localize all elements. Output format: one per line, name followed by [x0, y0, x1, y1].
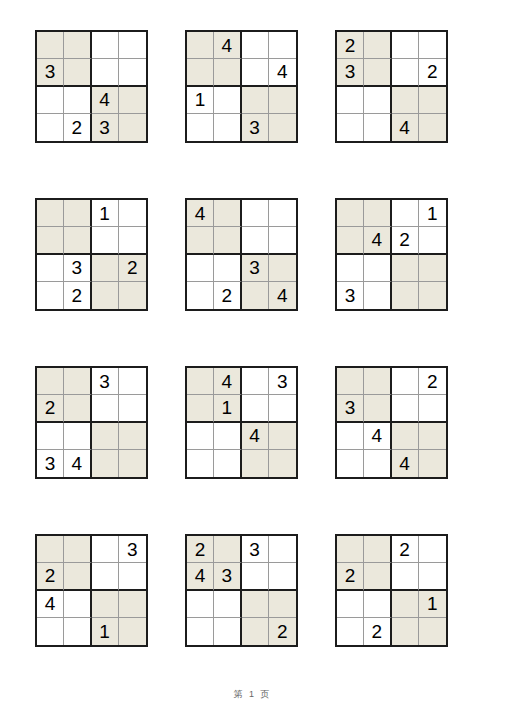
grid4-cell-r1c3: 1: [92, 200, 119, 227]
grid2-cell-r4c3: 3: [242, 114, 269, 141]
grid10-cell-r3c1: 4: [37, 591, 64, 618]
grid6-cell-r2c3: 2: [392, 227, 419, 254]
grid5-cell-r3c4: [269, 255, 296, 282]
grid9-cell-r2c4: [419, 395, 446, 422]
grid1-cell-r4c1: [37, 114, 64, 141]
grid6-cell-r4c3: [392, 282, 419, 309]
grid8-cell-r1c2: 4: [214, 368, 241, 395]
sudoku-grid-5: 4324: [185, 198, 298, 311]
grid11-cell-r4c2: [214, 618, 241, 645]
grid6-cell-r2c2: 4: [364, 227, 391, 254]
grid10-cell-r3c4: [119, 591, 146, 618]
grid3-cell-r2c2: [364, 59, 391, 86]
grid3-cell-r4c2: [364, 114, 391, 141]
grid3-cell-r1c4: [419, 32, 446, 59]
grid1-cell-r3c2: [64, 87, 91, 114]
grid6-cell-r3c2: [364, 255, 391, 282]
grid6-cell-r2c1: [337, 227, 364, 254]
grid9-cell-r3c1: [337, 423, 364, 450]
sudoku-grid-4: 1322: [35, 198, 148, 311]
grid5-cell-r4c4: 4: [269, 282, 296, 309]
grid10-cell-r3c2: [64, 591, 91, 618]
grid12-cell-r2c2: [364, 563, 391, 590]
grid10-cell-r2c4: [119, 563, 146, 590]
grid11-cell-r3c3: [242, 591, 269, 618]
grid9-cell-r4c3: 4: [392, 450, 419, 477]
grid4-cell-r1c4: [119, 200, 146, 227]
grid3-cell-r4c1: [337, 114, 364, 141]
grid2-cell-r2c1: [187, 59, 214, 86]
grid3-cell-r4c4: [419, 114, 446, 141]
grid10-cell-r4c2: [64, 618, 91, 645]
grid3-cell-r1c3: [392, 32, 419, 59]
grid7-cell-r3c1: [37, 423, 64, 450]
grid1-cell-r1c2: [64, 32, 91, 59]
grid1-cell-r3c1: [37, 87, 64, 114]
grid5-cell-r1c4: [269, 200, 296, 227]
grid12-cell-r2c1: 2: [337, 563, 364, 590]
grid10-cell-r1c4: 3: [119, 536, 146, 563]
grid10-cell-r2c2: [64, 563, 91, 590]
grid5-cell-r4c3: [242, 282, 269, 309]
sudoku-grid-8: 4314: [185, 366, 298, 479]
grid8-cell-r2c2: 1: [214, 395, 241, 422]
grid9-cell-r3c3: [392, 423, 419, 450]
grid3-cell-r1c2: [364, 32, 391, 59]
grid5-cell-r1c3: [242, 200, 269, 227]
grid9-cell-r4c1: [337, 450, 364, 477]
grid7-cell-r1c3: 3: [92, 368, 119, 395]
puzzle-sheet: 3423441323241322432414233234431423443241…: [0, 0, 505, 714]
grid2-cell-r2c4: 4: [269, 59, 296, 86]
sudoku-grid-11: 23432: [185, 534, 298, 647]
grid5-cell-r2c1: [187, 227, 214, 254]
grid4-cell-r3c1: [37, 255, 64, 282]
page-footer: 第 1 页: [0, 688, 505, 701]
grid10-cell-r1c2: [64, 536, 91, 563]
grid1-cell-r3c4: [119, 87, 146, 114]
grid6-cell-r3c3: [392, 255, 419, 282]
grid10-cell-r2c3: [92, 563, 119, 590]
grid3-cell-r3c2: [364, 87, 391, 114]
grid11-cell-r2c2: 3: [214, 563, 241, 590]
grid6-cell-r1c2: [364, 200, 391, 227]
grid6-cell-r3c4: [419, 255, 446, 282]
grid3-cell-r1c1: 2: [337, 32, 364, 59]
grid12-cell-r1c4: [419, 536, 446, 563]
grid3-cell-r4c3: 4: [392, 114, 419, 141]
grid5-cell-r3c1: [187, 255, 214, 282]
grid7-cell-r1c4: [119, 368, 146, 395]
grid2-cell-r1c1: [187, 32, 214, 59]
grid8-cell-r3c1: [187, 423, 214, 450]
grid5-cell-r2c3: [242, 227, 269, 254]
grid2-cell-r3c2: [214, 87, 241, 114]
grid8-cell-r4c1: [187, 450, 214, 477]
grid11-cell-r1c1: 2: [187, 536, 214, 563]
grid12-cell-r1c3: 2: [392, 536, 419, 563]
grid3-cell-r2c4: 2: [419, 59, 446, 86]
grid4-cell-r2c2: [64, 227, 91, 254]
grid4-cell-r1c1: [37, 200, 64, 227]
grid9-cell-r2c3: [392, 395, 419, 422]
grid10-cell-r4c1: [37, 618, 64, 645]
grid9-cell-r2c2: [364, 395, 391, 422]
grid8-cell-r4c2: [214, 450, 241, 477]
grid1-cell-r2c1: 3: [37, 59, 64, 86]
grid10-cell-r3c3: [92, 591, 119, 618]
grid11-cell-r4c3: [242, 618, 269, 645]
puzzle-grids: 3423441323241322432414233234431423443241…: [35, 30, 448, 647]
grid8-cell-r2c4: [269, 395, 296, 422]
grid7-cell-r1c2: [64, 368, 91, 395]
grid1-cell-r4c4: [119, 114, 146, 141]
grid12-cell-r4c2: 2: [364, 618, 391, 645]
grid6-cell-r4c2: [364, 282, 391, 309]
sudoku-grid-10: 3241: [35, 534, 148, 647]
grid5-cell-r2c4: [269, 227, 296, 254]
grid4-cell-r2c3: [92, 227, 119, 254]
grid6-cell-r4c1: 3: [337, 282, 364, 309]
grid12-cell-r1c2: [364, 536, 391, 563]
grid8-cell-r4c3: [242, 450, 269, 477]
grid12-cell-r1c1: [337, 536, 364, 563]
grid4-cell-r4c2: 2: [64, 282, 91, 309]
sudoku-grid-7: 3234: [35, 366, 148, 479]
grid8-cell-r1c4: 3: [269, 368, 296, 395]
grid7-cell-r4c4: [119, 450, 146, 477]
grid11-cell-r3c4: [269, 591, 296, 618]
grid11-cell-r4c1: [187, 618, 214, 645]
grid8-cell-r1c3: [242, 368, 269, 395]
grid12-cell-r2c4: [419, 563, 446, 590]
grid3-cell-r3c4: [419, 87, 446, 114]
grid1-cell-r2c3: [92, 59, 119, 86]
grid12-cell-r3c1: [337, 591, 364, 618]
grid7-cell-r2c4: [119, 395, 146, 422]
grid5-cell-r3c3: 3: [242, 255, 269, 282]
grid3-cell-r2c1: 3: [337, 59, 364, 86]
grid10-cell-r2c1: 2: [37, 563, 64, 590]
sudoku-grid-3: 2324: [335, 30, 448, 143]
grid1-cell-r1c1: [37, 32, 64, 59]
grid2-cell-r2c3: [242, 59, 269, 86]
grid2-cell-r4c2: [214, 114, 241, 141]
grid4-cell-r2c4: [119, 227, 146, 254]
grid9-cell-r1c4: 2: [419, 368, 446, 395]
grid2-cell-r3c1: 1: [187, 87, 214, 114]
grid7-cell-r2c1: 2: [37, 395, 64, 422]
grid6-cell-r1c3: [392, 200, 419, 227]
grid3-cell-r2c3: [392, 59, 419, 86]
grid7-cell-r3c3: [92, 423, 119, 450]
grid3-cell-r3c3: [392, 87, 419, 114]
grid9-cell-r3c2: 4: [364, 423, 391, 450]
sudoku-grid-6: 1423: [335, 198, 448, 311]
grid12-cell-r2c3: [392, 563, 419, 590]
grid11-cell-r1c3: 3: [242, 536, 269, 563]
grid12-cell-r4c4: [419, 618, 446, 645]
grid4-cell-r1c2: [64, 200, 91, 227]
grid4-cell-r4c1: [37, 282, 64, 309]
grid1-cell-r1c4: [119, 32, 146, 59]
grid9-cell-r3c4: [419, 423, 446, 450]
grid2-cell-r4c1: [187, 114, 214, 141]
sudoku-grid-1: 3423: [35, 30, 148, 143]
grid5-cell-r1c1: 4: [187, 200, 214, 227]
grid10-cell-r1c1: [37, 536, 64, 563]
grid5-cell-r1c2: [214, 200, 241, 227]
grid12-cell-r3c3: [392, 591, 419, 618]
grid10-cell-r4c4: [119, 618, 146, 645]
grid4-cell-r4c3: [92, 282, 119, 309]
grid1-cell-r2c2: [64, 59, 91, 86]
grid1-cell-r2c4: [119, 59, 146, 86]
grid2-cell-r1c3: [242, 32, 269, 59]
grid2-cell-r1c2: 4: [214, 32, 241, 59]
grid11-cell-r1c4: [269, 536, 296, 563]
grid9-cell-r1c3: [392, 368, 419, 395]
grid11-cell-r2c4: [269, 563, 296, 590]
grid1-cell-r3c3: 4: [92, 87, 119, 114]
grid7-cell-r1c1: [37, 368, 64, 395]
grid8-cell-r3c4: [269, 423, 296, 450]
grid6-cell-r1c4: 1: [419, 200, 446, 227]
grid12-cell-r4c1: [337, 618, 364, 645]
grid7-cell-r4c1: 3: [37, 450, 64, 477]
grid1-cell-r4c3: 3: [92, 114, 119, 141]
sudoku-grid-9: 2344: [335, 366, 448, 479]
grid11-cell-r1c2: [214, 536, 241, 563]
grid8-cell-r3c3: 4: [242, 423, 269, 450]
grid8-cell-r2c1: [187, 395, 214, 422]
grid10-cell-r4c3: 1: [92, 618, 119, 645]
grid1-cell-r1c3: [92, 32, 119, 59]
grid7-cell-r4c3: [92, 450, 119, 477]
sudoku-grid-12: 2212: [335, 534, 448, 647]
grid4-cell-r4c4: [119, 282, 146, 309]
grid5-cell-r4c2: 2: [214, 282, 241, 309]
grid2-cell-r4c4: [269, 114, 296, 141]
grid2-cell-r1c4: [269, 32, 296, 59]
grid8-cell-r2c3: [242, 395, 269, 422]
grid5-cell-r4c1: [187, 282, 214, 309]
grid8-cell-r1c1: [187, 368, 214, 395]
grid7-cell-r2c3: [92, 395, 119, 422]
grid11-cell-r2c1: 4: [187, 563, 214, 590]
grid4-cell-r2c1: [37, 227, 64, 254]
grid4-cell-r3c3: [92, 255, 119, 282]
grid3-cell-r3c1: [337, 87, 364, 114]
grid7-cell-r3c2: [64, 423, 91, 450]
grid7-cell-r4c2: 4: [64, 450, 91, 477]
grid11-cell-r4c4: 2: [269, 618, 296, 645]
grid6-cell-r2c4: [419, 227, 446, 254]
grid9-cell-r1c1: [337, 368, 364, 395]
grid11-cell-r3c2: [214, 591, 241, 618]
grid7-cell-r2c2: [64, 395, 91, 422]
grid8-cell-r3c2: [214, 423, 241, 450]
grid6-cell-r1c1: [337, 200, 364, 227]
grid10-cell-r1c3: [92, 536, 119, 563]
grid7-cell-r3c4: [119, 423, 146, 450]
grid5-cell-r2c2: [214, 227, 241, 254]
grid11-cell-r2c3: [242, 563, 269, 590]
grid6-cell-r4c4: [419, 282, 446, 309]
grid2-cell-r3c3: [242, 87, 269, 114]
grid4-cell-r3c2: 3: [64, 255, 91, 282]
grid4-cell-r3c4: 2: [119, 255, 146, 282]
grid5-cell-r3c2: [214, 255, 241, 282]
grid11-cell-r3c1: [187, 591, 214, 618]
grid1-cell-r4c2: 2: [64, 114, 91, 141]
sudoku-grid-2: 4413: [185, 30, 298, 143]
grid12-cell-r3c4: 1: [419, 591, 446, 618]
grid9-cell-r4c4: [419, 450, 446, 477]
grid8-cell-r4c4: [269, 450, 296, 477]
grid9-cell-r1c2: [364, 368, 391, 395]
grid12-cell-r3c2: [364, 591, 391, 618]
grid9-cell-r2c1: 3: [337, 395, 364, 422]
grid2-cell-r2c2: [214, 59, 241, 86]
grid6-cell-r3c1: [337, 255, 364, 282]
grid12-cell-r4c3: [392, 618, 419, 645]
grid2-cell-r3c4: [269, 87, 296, 114]
grid9-cell-r4c2: [364, 450, 391, 477]
